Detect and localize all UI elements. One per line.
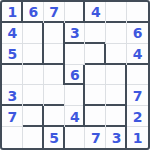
cell-r7c5[interactable]: 7	[85, 127, 106, 148]
cell-r7c6[interactable]: 3	[106, 127, 127, 148]
cell-r6c3[interactable]	[44, 106, 65, 127]
cell-r5c6[interactable]	[106, 85, 127, 106]
given-digit: 5	[49, 131, 59, 145]
given-digit: 2	[133, 110, 143, 124]
cell-r1c6[interactable]	[106, 2, 127, 23]
cell-r3c6[interactable]	[106, 44, 127, 65]
given-digit: 4	[8, 26, 18, 40]
cell-r1c3[interactable]: 7	[44, 2, 65, 23]
cell-r1c2[interactable]: 6	[23, 2, 44, 23]
given-digit: 7	[133, 89, 143, 103]
cell-r4c6[interactable]	[106, 65, 127, 86]
cell-r2c2[interactable]	[23, 23, 44, 44]
given-digit: 7	[91, 131, 101, 145]
cell-r7c1[interactable]	[2, 127, 23, 148]
cell-r5c2[interactable]	[23, 85, 44, 106]
cell-r3c5[interactable]	[85, 44, 106, 65]
cell-r5c1[interactable]: 3	[2, 85, 23, 106]
cell-r2c1[interactable]: 4	[2, 23, 23, 44]
cell-r1c7[interactable]	[127, 2, 148, 23]
given-digit: 4	[91, 5, 101, 19]
cell-r4c7[interactable]	[127, 65, 148, 86]
given-digit: 1	[133, 131, 143, 145]
cell-r3c7[interactable]: 4	[127, 44, 148, 65]
cell-r7c7[interactable]: 1	[127, 127, 148, 148]
puzzle-screenshot: 1674436546377425731	[0, 0, 150, 150]
cell-r6c7[interactable]: 2	[127, 106, 148, 127]
cell-r3c2[interactable]	[23, 44, 44, 65]
cell-r4c3[interactable]	[44, 65, 65, 86]
cell-r1c4[interactable]	[65, 2, 86, 23]
cell-r2c6[interactable]	[106, 23, 127, 44]
cell-r2c5[interactable]	[85, 23, 106, 44]
given-digit: 3	[8, 89, 18, 103]
cell-r6c5[interactable]	[85, 106, 106, 127]
cell-r3c4[interactable]	[65, 44, 86, 65]
given-digit: 1	[8, 5, 18, 19]
cell-r4c1[interactable]	[2, 65, 23, 86]
cell-r3c3[interactable]	[44, 44, 65, 65]
cell-r4c2[interactable]	[23, 65, 44, 86]
cell-r2c7[interactable]: 6	[127, 23, 148, 44]
cell-r4c5[interactable]	[85, 65, 106, 86]
sudoku-board: 1674436546377425731	[0, 0, 150, 150]
cell-r1c1[interactable]: 1	[2, 2, 23, 23]
cell-r5c3[interactable]	[44, 85, 65, 106]
given-digit: 5	[8, 47, 18, 61]
cell-r6c6[interactable]	[106, 106, 127, 127]
cell-r5c5[interactable]	[85, 85, 106, 106]
given-digit: 4	[133, 47, 143, 61]
cell-r6c2[interactable]	[23, 106, 44, 127]
cell-r7c4[interactable]	[65, 127, 86, 148]
cell-r7c2[interactable]	[23, 127, 44, 148]
given-digit: 7	[49, 5, 59, 19]
cell-r3c1[interactable]: 5	[2, 44, 23, 65]
given-digit: 6	[70, 68, 80, 82]
given-digit: 3	[112, 131, 122, 145]
cell-r5c4[interactable]	[65, 85, 86, 106]
cell-r6c1[interactable]: 7	[2, 106, 23, 127]
cell-r7c3[interactable]: 5	[44, 127, 65, 148]
cell-r4c4[interactable]: 6	[65, 65, 86, 86]
given-digit: 7	[8, 110, 18, 124]
cell-r5c7[interactable]: 7	[127, 85, 148, 106]
cell-r2c3[interactable]	[44, 23, 65, 44]
cell-r2c4[interactable]: 3	[65, 23, 86, 44]
given-digit: 4	[70, 110, 80, 124]
cell-r1c5[interactable]: 4	[85, 2, 106, 23]
given-digit: 6	[28, 5, 38, 19]
given-digit: 3	[70, 26, 80, 40]
given-digit: 6	[133, 26, 143, 40]
cell-r6c4[interactable]: 4	[65, 106, 86, 127]
